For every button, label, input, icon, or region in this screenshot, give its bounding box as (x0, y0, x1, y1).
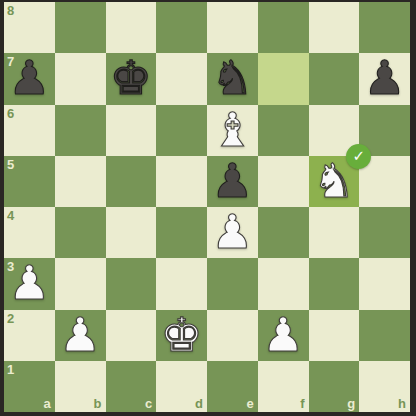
square-c3[interactable] (106, 258, 157, 309)
black-knight[interactable]: ♞ (211, 54, 253, 101)
square-a3[interactable]: 3♟ (4, 258, 55, 309)
square-a6[interactable]: 6 (4, 105, 55, 156)
square-f8[interactable] (258, 2, 309, 53)
file-label-g: g (347, 397, 355, 410)
square-f5[interactable] (258, 156, 309, 207)
square-b3[interactable] (55, 258, 106, 309)
file-label-h: h (398, 397, 406, 410)
square-a7[interactable]: 7♟ (4, 53, 55, 104)
rank-label-5: 5 (7, 158, 14, 171)
square-g5[interactable]: ♞✓ (309, 156, 360, 207)
rank-label-8: 8 (7, 4, 14, 17)
square-b2[interactable]: ♟ (55, 310, 106, 361)
square-e1[interactable]: e (207, 361, 258, 412)
square-d5[interactable] (156, 156, 207, 207)
square-c7[interactable]: ♚ (106, 53, 157, 104)
file-label-c: c (145, 397, 152, 410)
white-pawn[interactable]: ♟ (262, 311, 304, 358)
square-c5[interactable] (106, 156, 157, 207)
square-e6[interactable]: ♝ (207, 105, 258, 156)
rank-label-4: 4 (7, 209, 14, 222)
black-king[interactable]: ♚ (110, 54, 152, 101)
square-f1[interactable]: f (258, 361, 309, 412)
square-e5[interactable]: ♟ (207, 156, 258, 207)
square-d3[interactable] (156, 258, 207, 309)
square-a2[interactable]: 2 (4, 310, 55, 361)
square-c2[interactable] (106, 310, 157, 361)
square-a5[interactable]: 5 (4, 156, 55, 207)
rank-label-1: 1 (7, 363, 14, 376)
square-g1[interactable]: g (309, 361, 360, 412)
square-d1[interactable]: d (156, 361, 207, 412)
square-b8[interactable] (55, 2, 106, 53)
square-d4[interactable] (156, 207, 207, 258)
square-e8[interactable] (207, 2, 258, 53)
square-f2[interactable]: ♟ (258, 310, 309, 361)
square-b6[interactable] (55, 105, 106, 156)
square-c1[interactable]: c (106, 361, 157, 412)
file-label-a: a (44, 397, 51, 410)
rank-label-2: 2 (7, 312, 14, 325)
square-h3[interactable] (359, 258, 410, 309)
square-h4[interactable] (359, 207, 410, 258)
white-pawn[interactable]: ♟ (8, 259, 50, 306)
square-f3[interactable] (258, 258, 309, 309)
square-g3[interactable] (309, 258, 360, 309)
file-label-e: e (247, 397, 254, 410)
square-f7[interactable] (258, 53, 309, 104)
square-a4[interactable]: 4 (4, 207, 55, 258)
square-h2[interactable] (359, 310, 410, 361)
square-e7[interactable]: ♞ (207, 53, 258, 104)
file-label-f: f (300, 397, 304, 410)
square-f4[interactable] (258, 207, 309, 258)
square-b4[interactable] (55, 207, 106, 258)
rank-label-6: 6 (7, 107, 14, 120)
square-d6[interactable] (156, 105, 207, 156)
correct-move-badge: ✓ (346, 144, 371, 169)
white-pawn[interactable]: ♟ (59, 311, 101, 358)
square-b7[interactable] (55, 53, 106, 104)
white-king[interactable]: ♚ (161, 311, 203, 358)
file-label-d: d (195, 397, 203, 410)
square-h8[interactable] (359, 2, 410, 53)
white-pawn[interactable]: ♟ (211, 208, 253, 255)
square-f6[interactable] (258, 105, 309, 156)
file-label-b: b (94, 397, 102, 410)
square-c6[interactable] (106, 105, 157, 156)
white-bishop[interactable]: ♝ (211, 106, 253, 153)
square-c4[interactable] (106, 207, 157, 258)
square-g4[interactable] (309, 207, 360, 258)
square-e4[interactable]: ♟ (207, 207, 258, 258)
black-pawn[interactable]: ♟ (211, 157, 253, 204)
square-b1[interactable]: b (55, 361, 106, 412)
square-g7[interactable] (309, 53, 360, 104)
square-g2[interactable] (309, 310, 360, 361)
square-b5[interactable] (55, 156, 106, 207)
square-a1[interactable]: 1a (4, 361, 55, 412)
chess-board: 87♟♚♞♟6♝5♟♞✓4♟3♟2♟♚♟1abcdefgh (4, 2, 410, 412)
square-a8[interactable]: 8 (4, 2, 55, 53)
square-h1[interactable]: h (359, 361, 410, 412)
check-icon: ✓ (352, 149, 365, 164)
square-h7[interactable]: ♟ (359, 53, 410, 104)
square-e3[interactable] (207, 258, 258, 309)
square-e2[interactable] (207, 310, 258, 361)
square-d2[interactable]: ♚ (156, 310, 207, 361)
square-g8[interactable] (309, 2, 360, 53)
square-d7[interactable] (156, 53, 207, 104)
square-c8[interactable] (106, 2, 157, 53)
black-pawn[interactable]: ♟ (8, 54, 50, 101)
square-d8[interactable] (156, 2, 207, 53)
black-pawn[interactable]: ♟ (364, 54, 406, 101)
